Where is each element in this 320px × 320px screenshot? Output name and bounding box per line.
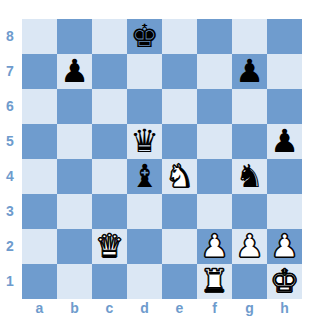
square-f8[interactable] (197, 19, 232, 54)
file-label-c: c (92, 299, 127, 319)
piece-black-pawn-h5: ♟ (270, 124, 299, 159)
square-e5[interactable] (162, 124, 197, 159)
square-b1[interactable] (57, 264, 92, 299)
piece-white-queen-c2: ♛ (95, 229, 124, 264)
square-a5[interactable] (22, 124, 57, 159)
square-b6[interactable] (57, 89, 92, 124)
square-e3[interactable] (162, 194, 197, 229)
square-h7[interactable] (267, 54, 302, 89)
square-f1[interactable]: ♜ (197, 264, 232, 299)
square-h5[interactable]: ♟ (267, 124, 302, 159)
square-g6[interactable] (232, 89, 267, 124)
square-g8[interactable] (232, 19, 267, 54)
square-c6[interactable] (92, 89, 127, 124)
square-c5[interactable] (92, 124, 127, 159)
square-e2[interactable] (162, 229, 197, 264)
piece-white-pawn-f2: ♟ (200, 229, 229, 264)
rank-label-7: 7 (0, 54, 20, 89)
rank-labels: 8 7 6 5 4 3 2 1 (0, 19, 20, 299)
square-c1[interactable] (92, 264, 127, 299)
rank-label-6: 6 (0, 89, 20, 124)
square-f4[interactable] (197, 159, 232, 194)
square-a7[interactable] (22, 54, 57, 89)
square-b4[interactable] (57, 159, 92, 194)
piece-black-bishop-d4: ♝ (130, 159, 159, 194)
square-e6[interactable] (162, 89, 197, 124)
square-g5[interactable] (232, 124, 267, 159)
rank-label-8: 8 (0, 19, 20, 54)
square-e7[interactable] (162, 54, 197, 89)
rank-label-1: 1 (0, 264, 20, 299)
piece-white-knight-e4: ♞ (165, 159, 194, 194)
rank-label-2: 2 (0, 229, 20, 264)
file-labels: a b c d e f g h (22, 299, 302, 319)
piece-white-pawn-g2: ♟ (235, 229, 264, 264)
square-f2[interactable]: ♟ (197, 229, 232, 264)
square-h2[interactable]: ♟ (267, 229, 302, 264)
square-d1[interactable] (127, 264, 162, 299)
file-label-d: d (127, 299, 162, 319)
square-a4[interactable] (22, 159, 57, 194)
piece-black-queen-d5: ♛ (130, 124, 159, 159)
square-d4[interactable]: ♝ (127, 159, 162, 194)
square-d7[interactable] (127, 54, 162, 89)
square-e8[interactable] (162, 19, 197, 54)
square-h3[interactable] (267, 194, 302, 229)
square-c2[interactable]: ♛ (92, 229, 127, 264)
piece-white-king-h1: ♚ (270, 264, 299, 299)
piece-white-pawn-h2: ♟ (270, 229, 299, 264)
square-a6[interactable] (22, 89, 57, 124)
square-c3[interactable] (92, 194, 127, 229)
square-a2[interactable] (22, 229, 57, 264)
square-h1[interactable]: ♚ (267, 264, 302, 299)
square-b8[interactable] (57, 19, 92, 54)
square-h8[interactable] (267, 19, 302, 54)
square-e1[interactable] (162, 264, 197, 299)
square-g1[interactable] (232, 264, 267, 299)
square-h4[interactable] (267, 159, 302, 194)
chess-board-diagram: 8 7 6 5 4 3 2 1 ♚♟♟♛♟♝♞♞♛♟♟♟♜♚ a b c d e… (0, 0, 320, 320)
square-c8[interactable] (92, 19, 127, 54)
file-label-g: g (232, 299, 267, 319)
piece-black-king-d8: ♚ (130, 19, 159, 54)
square-f3[interactable] (197, 194, 232, 229)
chess-board: ♚♟♟♛♟♝♞♞♛♟♟♟♜♚ (22, 19, 302, 299)
piece-white-rook-f1: ♜ (200, 264, 229, 299)
piece-black-pawn-g7: ♟ (235, 54, 264, 89)
square-g7[interactable]: ♟ (232, 54, 267, 89)
square-d8[interactable]: ♚ (127, 19, 162, 54)
file-label-h: h (267, 299, 302, 319)
square-b2[interactable] (57, 229, 92, 264)
piece-black-knight-g4: ♞ (235, 159, 264, 194)
square-d2[interactable] (127, 229, 162, 264)
square-a3[interactable] (22, 194, 57, 229)
square-f6[interactable] (197, 89, 232, 124)
rank-label-3: 3 (0, 194, 20, 229)
square-a8[interactable] (22, 19, 57, 54)
rank-label-4: 4 (0, 159, 20, 194)
square-b3[interactable] (57, 194, 92, 229)
square-g3[interactable] (232, 194, 267, 229)
piece-black-pawn-b7: ♟ (60, 54, 89, 89)
square-e4[interactable]: ♞ (162, 159, 197, 194)
file-label-e: e (162, 299, 197, 319)
file-label-b: b (57, 299, 92, 319)
square-b5[interactable] (57, 124, 92, 159)
square-g2[interactable]: ♟ (232, 229, 267, 264)
file-label-f: f (197, 299, 232, 319)
square-c4[interactable] (92, 159, 127, 194)
square-d5[interactable]: ♛ (127, 124, 162, 159)
square-a1[interactable] (22, 264, 57, 299)
square-d3[interactable] (127, 194, 162, 229)
square-h6[interactable] (267, 89, 302, 124)
square-f7[interactable] (197, 54, 232, 89)
square-d6[interactable] (127, 89, 162, 124)
rank-label-5: 5 (0, 124, 20, 159)
file-label-a: a (22, 299, 57, 319)
square-f5[interactable] (197, 124, 232, 159)
square-b7[interactable]: ♟ (57, 54, 92, 89)
square-c7[interactable] (92, 54, 127, 89)
square-g4[interactable]: ♞ (232, 159, 267, 194)
